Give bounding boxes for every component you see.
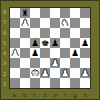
square-f3[interactable] [60,58,70,68]
square-d1[interactable] [40,78,50,88]
square-d2[interactable]: ♟ [40,68,50,78]
square-h4[interactable] [80,48,90,58]
square-c7[interactable] [30,18,40,28]
square-g3[interactable] [70,58,80,68]
file-labels: a b c d e f g h [9,91,91,99]
square-b2[interactable] [20,68,30,78]
white-pawn-a4[interactable]: ♟ [11,48,19,57]
white-pawn-e3[interactable]: ♟ [51,58,59,67]
square-g8[interactable] [70,8,80,18]
file-label-b: b [23,92,26,98]
rank-label-2: 2 [3,71,6,77]
white-pawn-f2[interactable]: ♟ [61,68,69,77]
file-label-f: f [65,92,67,98]
white-pawn-h2[interactable]: ♟ [81,68,89,77]
square-b5[interactable] [20,38,30,48]
square-h3[interactable] [80,58,90,68]
square-a2[interactable] [10,68,20,78]
square-e8[interactable] [50,8,60,18]
black-pawn-h5[interactable]: ♟ [81,38,89,47]
rank-labels: 8 7 6 5 4 3 2 1 [0,7,9,89]
square-d5[interactable]: ♚ [40,38,50,48]
black-pawn-g4[interactable]: ♟ [71,48,79,57]
square-g6[interactable] [70,28,80,38]
square-a7[interactable] [10,18,20,28]
square-b8[interactable]: ♜ [20,8,30,18]
square-f6[interactable] [60,28,70,38]
square-d7[interactable] [40,18,50,28]
square-d8[interactable] [40,8,50,18]
black-rook-b8[interactable]: ♜ [21,8,29,17]
white-pawn-b7[interactable]: ♟ [21,18,29,27]
black-king-d5[interactable]: ♚ [41,38,49,47]
square-a8[interactable] [10,8,20,18]
square-e2[interactable] [50,68,60,78]
square-b6[interactable] [20,28,30,38]
rank-label-1: 1 [3,81,6,87]
square-c5[interactable]: ♟ [30,38,40,48]
square-f8[interactable] [60,8,70,18]
square-g4[interactable]: ♟ [70,48,80,58]
square-h8[interactable] [80,8,90,18]
square-f1[interactable] [60,78,70,88]
square-g5[interactable] [70,38,80,48]
chess-board-frame: 8 7 6 5 4 3 2 1 ♜♟♞♟♚♟♟♟♟♟♟♚♟♟♟ a b c d … [0,0,100,100]
square-e1[interactable] [50,78,60,88]
rank-label-3: 3 [3,60,6,66]
white-pawn-d2[interactable]: ♟ [41,68,49,77]
square-g1[interactable] [70,78,80,88]
square-f5[interactable] [60,38,70,48]
square-c8[interactable] [30,8,40,18]
square-b1[interactable] [20,78,30,88]
file-label-d: d [44,92,47,98]
square-g7[interactable] [70,18,80,28]
file-label-g: g [74,92,77,98]
square-a6[interactable] [10,28,20,38]
square-c3[interactable] [30,58,40,68]
square-d4[interactable] [40,48,50,58]
square-g2[interactable] [70,68,80,78]
square-h2[interactable]: ♟ [80,68,90,78]
chess-board: ♜♟♞♟♚♟♟♟♟♟♟♚♟♟♟ [9,7,91,89]
square-c1[interactable] [30,78,40,88]
square-a4[interactable]: ♟ [10,48,20,58]
file-label-h: h [84,92,87,98]
rank-label-6: 6 [3,30,6,36]
rank-label-7: 7 [3,19,6,25]
white-king-c2[interactable]: ♚ [31,68,39,77]
square-d3[interactable] [40,58,50,68]
square-f4[interactable] [60,48,70,58]
square-h1[interactable] [80,78,90,88]
white-knight-f7[interactable]: ♞ [61,18,69,27]
square-c6[interactable] [30,28,40,38]
rank-label-4: 4 [3,50,6,56]
square-c2[interactable]: ♚ [30,68,40,78]
square-e3[interactable]: ♟ [50,58,60,68]
square-h7[interactable] [80,18,90,28]
file-label-e: e [54,92,57,98]
square-a1[interactable] [10,78,20,88]
square-c4[interactable]: ♟ [30,48,40,58]
square-f7[interactable]: ♞ [60,18,70,28]
file-label-a: a [13,92,16,98]
rank-label-8: 8 [3,9,6,15]
square-e4[interactable] [50,48,60,58]
file-label-c: c [34,92,37,98]
square-b7[interactable]: ♟ [20,18,30,28]
square-b4[interactable] [20,48,30,58]
black-pawn-c4[interactable]: ♟ [31,48,39,57]
square-h6[interactable] [80,28,90,38]
black-pawn-e5[interactable]: ♟ [51,38,59,47]
black-pawn-c5[interactable]: ♟ [31,38,39,47]
square-a3[interactable] [10,58,20,68]
square-h5[interactable]: ♟ [80,38,90,48]
square-f2[interactable]: ♟ [60,68,70,78]
square-e5[interactable]: ♟ [50,38,60,48]
rank-label-5: 5 [3,40,6,46]
square-e6[interactable] [50,28,60,38]
square-d6[interactable] [40,28,50,38]
square-b3[interactable] [20,58,30,68]
square-e7[interactable] [50,18,60,28]
square-a5[interactable] [10,38,20,48]
